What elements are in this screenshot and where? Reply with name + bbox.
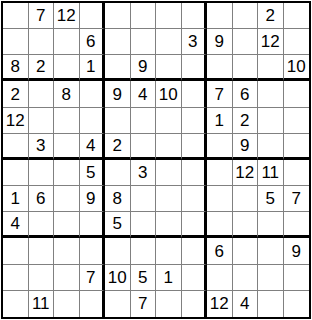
cell-r11c1[interactable] (3, 265, 29, 291)
cell-r12c9[interactable]: 12 (207, 291, 233, 317)
cell-r6c11[interactable] (258, 134, 284, 160)
cell-r11c9[interactable] (207, 265, 233, 291)
cell-r1c12[interactable] (284, 3, 310, 29)
cell-r3c2[interactable]: 2 (29, 55, 55, 81)
cell-r6c10[interactable]: 9 (233, 134, 259, 160)
cell-r2c11[interactable]: 12 (258, 29, 284, 55)
cell-r12c8[interactable] (182, 291, 208, 317)
cell-r6c12[interactable] (284, 134, 310, 160)
cell-r8c10[interactable] (233, 186, 259, 212)
cell-r3c6[interactable]: 9 (131, 55, 157, 81)
cell-r7c2[interactable] (29, 160, 55, 186)
cell-r5c1[interactable]: 12 (3, 108, 29, 134)
cell-r1c2[interactable]: 7 (29, 3, 55, 29)
cell-r11c11[interactable] (258, 265, 284, 291)
cell-r4c3[interactable]: 8 (54, 81, 80, 107)
cell-r5c6[interactable] (131, 108, 157, 134)
cell-r10c6[interactable] (131, 238, 157, 264)
cell-r4c10[interactable]: 6 (233, 81, 259, 107)
cell-r10c7[interactable] (156, 238, 182, 264)
cell-r1c4[interactable] (80, 3, 106, 29)
cell-r3c7[interactable] (156, 55, 182, 81)
cell-r12c7[interactable] (156, 291, 182, 317)
cell-r10c3[interactable] (54, 238, 80, 264)
cell-r1c3[interactable]: 12 (54, 3, 80, 29)
cell-r4c6[interactable]: 4 (131, 81, 157, 107)
cell-r9c11[interactable] (258, 212, 284, 238)
cell-r8c9[interactable] (207, 186, 233, 212)
cell-r3c5[interactable] (105, 55, 131, 81)
cell-r9c9[interactable] (207, 212, 233, 238)
cell-r12c1[interactable] (3, 291, 29, 317)
cell-r8c1[interactable]: 1 (3, 186, 29, 212)
cell-r11c12[interactable] (284, 265, 310, 291)
cell-r11c10[interactable] (233, 265, 259, 291)
cell-r5c7[interactable] (156, 108, 182, 134)
cell-r10c12[interactable]: 9 (284, 238, 310, 264)
cell-r5c12[interactable] (284, 108, 310, 134)
cell-r8c6[interactable] (131, 186, 157, 212)
cell-r5c8[interactable] (182, 108, 208, 134)
cell-r6c7[interactable] (156, 134, 182, 160)
cell-r6c6[interactable] (131, 134, 157, 160)
cell-r4c7[interactable]: 10 (156, 81, 182, 107)
cell-r3c12[interactable]: 10 (284, 55, 310, 81)
cell-r8c11[interactable]: 5 (258, 186, 284, 212)
cell-r10c5[interactable] (105, 238, 131, 264)
cell-r11c3[interactable] (54, 265, 80, 291)
cell-r10c9[interactable]: 6 (207, 238, 233, 264)
cell-r7c7[interactable] (156, 160, 182, 186)
cell-r9c8[interactable] (182, 212, 208, 238)
cell-r2c10[interactable] (233, 29, 259, 55)
cell-r6c3[interactable] (54, 134, 80, 160)
cell-r11c4[interactable]: 7 (80, 265, 106, 291)
cell-r10c11[interactable] (258, 238, 284, 264)
cell-r11c6[interactable]: 5 (131, 265, 157, 291)
cell-r5c5[interactable] (105, 108, 131, 134)
cell-r12c3[interactable] (54, 291, 80, 317)
cell-r2c2[interactable] (29, 29, 55, 55)
cell-r2c6[interactable] (131, 29, 157, 55)
cell-r4c4[interactable] (80, 81, 106, 107)
cell-r4c12[interactable] (284, 81, 310, 107)
cell-r10c8[interactable] (182, 238, 208, 264)
cell-r10c4[interactable] (80, 238, 106, 264)
cell-r4c11[interactable] (258, 81, 284, 107)
cell-r7c11[interactable]: 11 (258, 160, 284, 186)
cell-r2c1[interactable] (3, 29, 29, 55)
cell-r1c5[interactable] (105, 3, 131, 29)
cell-r10c10[interactable] (233, 238, 259, 264)
cell-r6c1[interactable] (3, 134, 29, 160)
cell-r9c1[interactable]: 4 (3, 212, 29, 238)
cell-r12c2[interactable]: 11 (29, 291, 55, 317)
cell-r3c1[interactable]: 8 (3, 55, 29, 81)
cell-r12c11[interactable] (258, 291, 284, 317)
cell-r9c12[interactable] (284, 212, 310, 238)
cell-r8c8[interactable] (182, 186, 208, 212)
cell-r1c9[interactable] (207, 3, 233, 29)
cell-r1c10[interactable] (233, 3, 259, 29)
cell-r8c2[interactable]: 6 (29, 186, 55, 212)
cell-r4c5[interactable]: 9 (105, 81, 131, 107)
cell-r3c4[interactable]: 1 (80, 55, 106, 81)
cell-r9c3[interactable] (54, 212, 80, 238)
cell-r2c3[interactable] (54, 29, 80, 55)
cell-r4c1[interactable]: 2 (3, 81, 29, 107)
cell-r8c7[interactable] (156, 186, 182, 212)
cell-r9c10[interactable] (233, 212, 259, 238)
cell-r5c2[interactable] (29, 108, 55, 134)
cell-r4c9[interactable]: 7 (207, 81, 233, 107)
cell-r9c5[interactable]: 5 (105, 212, 131, 238)
cell-r2c9[interactable]: 9 (207, 29, 233, 55)
cell-r9c4[interactable] (80, 212, 106, 238)
cell-r12c10[interactable]: 4 (233, 291, 259, 317)
cell-r11c7[interactable]: 1 (156, 265, 182, 291)
cell-r2c12[interactable] (284, 29, 310, 55)
cell-r8c3[interactable] (54, 186, 80, 212)
cell-r9c7[interactable] (156, 212, 182, 238)
cell-r2c4[interactable]: 6 (80, 29, 106, 55)
cell-r6c8[interactable] (182, 134, 208, 160)
cell-r7c8[interactable] (182, 160, 208, 186)
cell-r7c6[interactable]: 3 (131, 160, 157, 186)
cell-r8c4[interactable]: 9 (80, 186, 106, 212)
cell-r11c8[interactable] (182, 265, 208, 291)
cell-r12c6[interactable]: 7 (131, 291, 157, 317)
cell-r6c2[interactable]: 3 (29, 134, 55, 160)
cell-r3c3[interactable] (54, 55, 80, 81)
cell-r1c6[interactable] (131, 3, 157, 29)
cell-r7c9[interactable] (207, 160, 233, 186)
cell-r2c7[interactable] (156, 29, 182, 55)
cell-r4c2[interactable] (29, 81, 55, 107)
cell-r3c10[interactable] (233, 55, 259, 81)
cell-r6c9[interactable] (207, 134, 233, 160)
cell-r3c11[interactable] (258, 55, 284, 81)
cell-r2c5[interactable] (105, 29, 131, 55)
cell-r10c2[interactable] (29, 238, 55, 264)
cell-r5c9[interactable]: 1 (207, 108, 233, 134)
cell-r5c10[interactable]: 2 (233, 108, 259, 134)
cell-r12c4[interactable] (80, 291, 106, 317)
cell-r1c11[interactable]: 2 (258, 3, 284, 29)
cell-r8c5[interactable]: 8 (105, 186, 131, 212)
cell-r6c4[interactable]: 4 (80, 134, 106, 160)
cell-r7c5[interactable] (105, 160, 131, 186)
cell-r5c3[interactable] (54, 108, 80, 134)
cell-r11c2[interactable] (29, 265, 55, 291)
cell-r12c12[interactable] (284, 291, 310, 317)
cell-r7c10[interactable]: 12 (233, 160, 259, 186)
cell-r10c1[interactable] (3, 238, 29, 264)
cell-r3c9[interactable] (207, 55, 233, 81)
cell-r9c6[interactable] (131, 212, 157, 238)
cell-r1c7[interactable] (156, 3, 182, 29)
cell-r7c3[interactable] (54, 160, 80, 186)
cell-r6c5[interactable]: 2 (105, 134, 131, 160)
cell-r11c5[interactable]: 10 (105, 265, 131, 291)
cell-r5c4[interactable] (80, 108, 106, 134)
cell-r12c5[interactable] (105, 291, 131, 317)
cell-r4c8[interactable] (182, 81, 208, 107)
cell-r7c4[interactable]: 5 (80, 160, 106, 186)
cell-r7c1[interactable] (3, 160, 29, 186)
cell-r5c11[interactable] (258, 108, 284, 134)
cell-r8c12[interactable]: 7 (284, 186, 310, 212)
sudoku-board: 7122639128219102894107612123429531211169… (1, 1, 311, 319)
cell-r1c8[interactable] (182, 3, 208, 29)
cell-r2c8[interactable]: 3 (182, 29, 208, 55)
cell-r9c2[interactable] (29, 212, 55, 238)
cell-r3c8[interactable] (182, 55, 208, 81)
cell-r7c12[interactable] (284, 160, 310, 186)
cell-r1c1[interactable] (3, 3, 29, 29)
